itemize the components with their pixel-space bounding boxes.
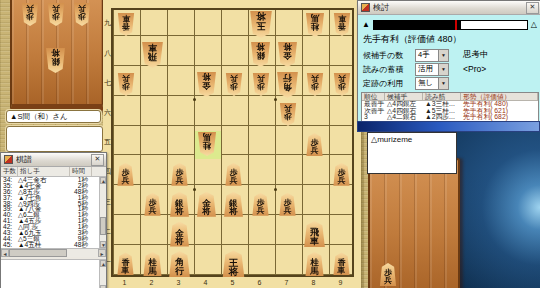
- player-name-plate: ▲S間（和）さん: [6, 110, 101, 123]
- evaluation-text: 先手有利（評価値 480）: [363, 33, 462, 46]
- shogi-piece-sente[interactable]: 香車: [333, 13, 351, 36]
- shogi-piece-gote[interactable]: 歩兵: [252, 193, 270, 216]
- shogi-piece-sente[interactable]: 玉将: [249, 11, 273, 38]
- setting-candidates: 候補手の数 4手 ▼ 思考中: [363, 49, 489, 61]
- shogi-piece-sente[interactable]: 歩兵: [279, 103, 297, 126]
- analysis-titlebar[interactable]: 検討 ✕: [358, 1, 540, 15]
- shogi-piece-gote[interactable]: 飛車: [303, 221, 326, 247]
- kifu-horizontal-scrollbar[interactable]: ◄ ►: [1, 249, 106, 257]
- shogi-piece-gote[interactable]: 金将: [196, 192, 217, 217]
- shogi-piece-sente[interactable]: 歩兵: [117, 73, 135, 96]
- analysis-window-title: 検討: [373, 2, 526, 13]
- kifu-move-list[interactable]: 34:△4三金右1秒35:▲4七金2秒36:△8五歩48秒37:▲7七角1秒38…: [1, 177, 106, 249]
- thinking-status: 思考中: [463, 49, 489, 61]
- shogi-piece-gote[interactable]: 歩兵: [333, 163, 351, 186]
- kifu-comment-box[interactable]: ▲ ▼: [1, 259, 106, 288]
- shogi-piece-sente[interactable]: 銀将: [45, 48, 66, 73]
- file-label: 5: [219, 279, 246, 286]
- kifu-window-title: 棋譜: [16, 154, 91, 165]
- setting-joseki: 定跡の利用 無し ▼: [363, 77, 449, 89]
- analysis-comment-panel[interactable]: △murizeme: [367, 132, 457, 174]
- rank-label: 八: [104, 49, 111, 56]
- star-point: [193, 98, 196, 101]
- kifu-column-headers: 手数指し手時間: [1, 167, 106, 177]
- star-point: [193, 188, 196, 191]
- sente-mark: ▲: [362, 20, 370, 29]
- file-label: 9: [327, 279, 354, 286]
- shogi-piece-sente[interactable]: 桂馬: [305, 13, 325, 37]
- shogi-piece-sente[interactable]: 歩兵: [73, 3, 91, 26]
- file-label: 2: [138, 279, 165, 286]
- rank-label: 五: [104, 138, 111, 145]
- shogi-piece-sente[interactable]: 歩兵: [333, 73, 351, 96]
- shogi-piece-sente[interactable]: 角行: [276, 72, 299, 98]
- kifu-vertical-scrollbar[interactable]: ▲ ▼: [99, 177, 106, 248]
- shogi-piece-sente[interactable]: 香車: [117, 13, 135, 36]
- shogi-piece-gote[interactable]: 歩兵: [379, 263, 397, 286]
- player-comment-box[interactable]: [6, 126, 103, 152]
- background-window-titlebar[interactable]: [357, 121, 540, 132]
- shogi-piece-sente[interactable]: 歩兵: [21, 3, 39, 26]
- shogi-piece-gote[interactable]: 銀将: [169, 192, 190, 217]
- sente-piece-stand: 歩兵歩兵歩兵銀将: [10, 0, 104, 111]
- shogi-piece-sente[interactable]: 銀将: [250, 42, 271, 67]
- rank-label: 六: [104, 109, 111, 116]
- analysis-window: 検討 ✕ ▲ △ 先手有利（評価値 480） 候補手の数 4手 ▼ 思考中 読み…: [357, 0, 540, 123]
- shogi-board: 香車玉将桂馬香車飛車銀将金将歩兵金将歩兵歩兵角行歩兵歩兵歩兵桂馬歩兵歩兵歩兵歩兵…: [103, 0, 361, 288]
- evaluation-bar: [373, 20, 528, 30]
- board-grid[interactable]: 香車玉将桂馬香車飛車銀将金将歩兵金将歩兵歩兵角行歩兵歩兵歩兵桂馬歩兵歩兵歩兵歩兵…: [111, 8, 354, 277]
- shogi-piece-sente[interactable]: 金将: [196, 72, 217, 97]
- shogi-piece-sente[interactable]: 金将: [277, 42, 298, 67]
- candidate-table-header: 順位候補手読み筋形勢（評価値）: [362, 93, 538, 101]
- file-label: 6: [246, 279, 273, 286]
- scroll-right-icon[interactable]: ►: [98, 249, 106, 257]
- evaluation-bar-row: ▲ △: [362, 20, 537, 29]
- candidate-row[interactable]: 次善手△4四銀右▲5三桂...先手有利( 621): [362, 108, 538, 115]
- scroll-left-icon[interactable]: ◄: [1, 249, 9, 257]
- shogi-piece-sente[interactable]: 歩兵: [225, 73, 243, 96]
- shogi-piece-gote[interactable]: 歩兵: [144, 193, 162, 216]
- shogi-piece-gote[interactable]: 角行: [168, 251, 191, 277]
- star-point: [274, 98, 277, 101]
- evaluation-bar-fill: [374, 21, 461, 29]
- shogi-piece-gote[interactable]: 金将: [169, 222, 190, 247]
- kifu-window-icon: [4, 155, 13, 164]
- shogi-piece-gote[interactable]: 桂馬: [305, 252, 325, 276]
- candidate-table[interactable]: 順位候補手読み筋形勢（評価値）最善手△4四銀左▲3三桂...先手有利( 480)…: [361, 92, 539, 123]
- shogi-piece-gote[interactable]: 歩兵: [306, 133, 324, 156]
- chevron-down-icon[interactable]: ▼: [438, 78, 448, 89]
- gote-piece-stand: 歩兵: [368, 158, 460, 288]
- comment-scrollbar[interactable]: ▲ ▼: [99, 260, 106, 288]
- shogi-piece-sente[interactable]: 飛車: [141, 42, 164, 68]
- candidate-row[interactable]: 最善手△4四銀左▲3三桂...先手有利( 480): [362, 101, 538, 108]
- joseki-dropdown[interactable]: 無し ▼: [415, 77, 449, 90]
- rank-label: 七: [104, 79, 111, 86]
- file-label: 8: [300, 279, 327, 286]
- shogi-piece-sente[interactable]: 歩兵: [252, 73, 270, 96]
- chevron-down-icon[interactable]: ▼: [438, 64, 448, 75]
- shogi-piece-gote[interactable]: 香車: [117, 252, 135, 275]
- kifu-window: 棋譜 ✕ 手数指し手時間 34:△4三金右1秒35:▲4七金2秒36:△8五歩4…: [0, 152, 107, 288]
- candidate-row[interactable]: 3△4二銀右▲2四歩...先手有利( 682): [362, 114, 538, 121]
- shogi-piece-gote[interactable]: 王将: [222, 250, 246, 277]
- scrollbar-thumb[interactable]: [100, 217, 106, 235]
- gote-mark: △: [531, 20, 537, 29]
- shogi-piece-gote[interactable]: 歩兵: [171, 163, 189, 186]
- file-label: 7: [273, 279, 300, 286]
- close-icon[interactable]: ✕: [91, 154, 104, 166]
- kifu-titlebar[interactable]: 棋譜 ✕: [1, 153, 106, 167]
- shogi-piece-gote[interactable]: 香車: [333, 252, 351, 275]
- pro-status: <Pro>: [463, 64, 486, 74]
- scroll-up-icon[interactable]: ▲: [100, 260, 106, 267]
- setting-accumulation: 読みの蓄積 活用 ▼ <Pro>: [363, 63, 486, 75]
- shogi-piece-gote[interactable]: 桂馬: [143, 252, 163, 276]
- star-point: [274, 188, 277, 191]
- file-label: 1: [111, 279, 138, 286]
- shogi-piece-gote[interactable]: 歩兵: [225, 163, 243, 186]
- accumulation-dropdown[interactable]: 活用 ▼: [415, 63, 449, 76]
- scroll-down-icon[interactable]: ▼: [100, 241, 106, 248]
- candidates-dropdown[interactable]: 4手 ▼: [415, 49, 449, 62]
- shogi-piece-gote[interactable]: 歩兵: [117, 163, 135, 186]
- shogi-piece-sente[interactable]: 歩兵: [47, 3, 65, 26]
- shogi-piece-gote[interactable]: 歩兵: [279, 193, 297, 216]
- scrollbar-thumb[interactable]: [9, 249, 67, 257]
- analysis-window-icon: [361, 3, 370, 12]
- chevron-down-icon[interactable]: ▼: [438, 50, 448, 61]
- file-label: 3: [165, 279, 192, 286]
- shogi-piece-sente[interactable]: 歩兵: [306, 73, 324, 96]
- kifu-row[interactable]: 45:▲4五桂48秒: [1, 242, 106, 248]
- scroll-up-icon[interactable]: ▲: [100, 177, 106, 184]
- shogi-piece-gote[interactable]: 銀将: [223, 192, 244, 217]
- close-icon[interactable]: ✕: [526, 2, 539, 14]
- rank-label: 九: [104, 19, 111, 26]
- file-label: 4: [192, 279, 219, 286]
- evaluation-bar-marker: [455, 20, 457, 30]
